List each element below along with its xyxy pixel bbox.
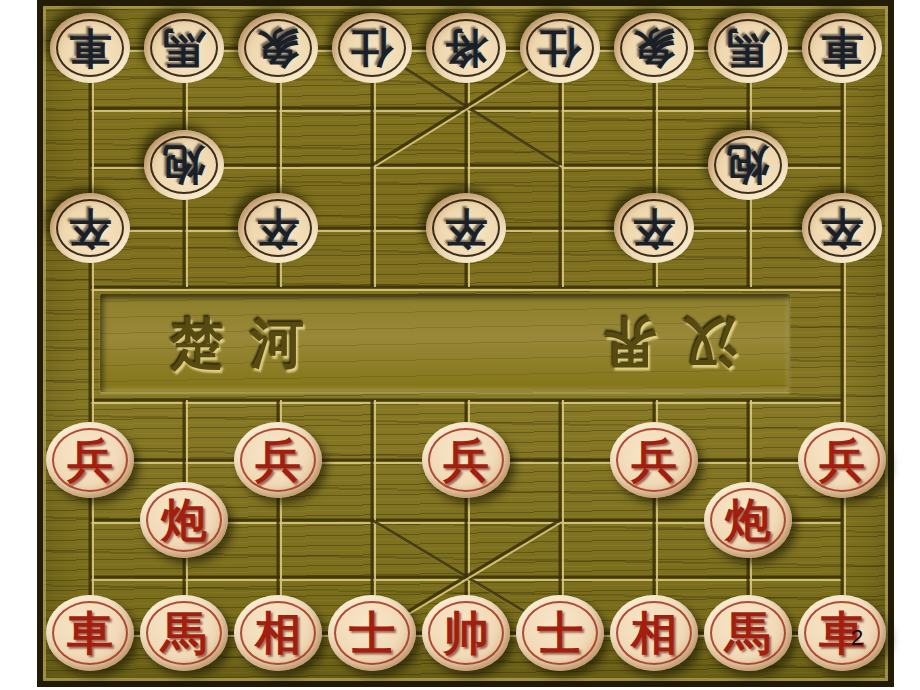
- board-point: [325, 438, 419, 482]
- piece-character: 相: [631, 610, 677, 656]
- piece-red-horse[interactable]: 馬: [140, 595, 228, 671]
- piece-red-elephant[interactable]: 相: [234, 595, 322, 671]
- board-point: [513, 130, 607, 200]
- piece-character: 象: [257, 27, 299, 69]
- board-point: 卒: [607, 200, 701, 256]
- board-point: 卒: [419, 200, 513, 256]
- piece-red-general[interactable]: 帅: [422, 595, 510, 671]
- board-point: [43, 256, 137, 318]
- board-point: 帅: [419, 596, 513, 670]
- piece-character: 車: [69, 27, 111, 69]
- piece-red-horse[interactable]: 馬: [704, 595, 792, 671]
- piece-character: 馬: [163, 27, 205, 69]
- piece-character: 馬: [725, 610, 771, 656]
- piece-black-soldier[interactable]: 卒: [614, 193, 694, 263]
- board-point: 将: [419, 10, 513, 86]
- piece-black-elephant[interactable]: 象: [614, 13, 694, 83]
- board-point: [419, 558, 513, 596]
- board-point: 車: [795, 596, 889, 670]
- board-point: 兵: [607, 438, 701, 482]
- board-point: [137, 256, 231, 318]
- board-point: [795, 256, 889, 318]
- piece-red-cannon[interactable]: 炮: [140, 482, 228, 558]
- board-point: [513, 86, 607, 130]
- board-point: [701, 558, 795, 596]
- slide-page-number: 2: [851, 625, 863, 651]
- board-point: [43, 86, 137, 130]
- board-point: 車: [43, 10, 137, 86]
- piece-character: 卒: [821, 207, 863, 249]
- board-point: 炮: [137, 482, 231, 558]
- board-point: 炮: [701, 130, 795, 200]
- board-point: 炮: [137, 130, 231, 200]
- board-point: [419, 256, 513, 318]
- piece-character: 炮: [725, 497, 771, 543]
- board-point: [513, 200, 607, 256]
- board-point: 馬: [137, 10, 231, 86]
- board-point: 相: [231, 596, 325, 670]
- piece-red-cannon[interactable]: 炮: [704, 482, 792, 558]
- piece-character: 卒: [257, 207, 299, 249]
- board-point: 馬: [701, 10, 795, 86]
- board-point: [607, 256, 701, 318]
- board-point: 仕: [325, 10, 419, 86]
- board-point: [325, 482, 419, 558]
- board-point: [43, 558, 137, 596]
- board-point: 卒: [795, 200, 889, 256]
- piece-black-cannon[interactable]: 炮: [708, 130, 788, 200]
- piece-black-chariot[interactable]: 車: [50, 13, 130, 83]
- board-point: [701, 438, 795, 482]
- board-grid: 車馬象仕将仕象馬車炮炮卒卒卒卒卒兵兵兵兵兵炮炮車馬相士帅士相馬車: [43, 10, 889, 670]
- piece-character: 兵: [255, 437, 301, 483]
- piece-black-soldier[interactable]: 卒: [50, 193, 130, 263]
- board-point: [137, 438, 231, 482]
- board-point: 卒: [231, 200, 325, 256]
- piece-character: 兵: [443, 437, 489, 483]
- piece-character: 将: [445, 27, 487, 69]
- piece-character: 馬: [161, 610, 207, 656]
- piece-black-advisor[interactable]: 仕: [520, 13, 600, 83]
- board-point: [701, 256, 795, 318]
- board-point: [513, 438, 607, 482]
- board-point: [513, 558, 607, 596]
- piece-character: 士: [537, 610, 583, 656]
- board-point: [701, 86, 795, 130]
- board-point: [795, 86, 889, 130]
- piece-red-chariot[interactable]: 車: [46, 595, 134, 671]
- board-point: [231, 256, 325, 318]
- board-point: [231, 86, 325, 130]
- board-point: 兵: [43, 438, 137, 482]
- board-point: 車: [795, 10, 889, 86]
- board-point: 仕: [513, 10, 607, 86]
- piece-character: 卒: [69, 207, 111, 249]
- piece-character: 炮: [163, 144, 205, 186]
- piece-character: 車: [821, 27, 863, 69]
- board-point: [137, 200, 231, 256]
- piece-black-soldier[interactable]: 卒: [426, 193, 506, 263]
- piece-character: 象: [633, 27, 675, 69]
- board-point: [795, 130, 889, 200]
- piece-character: 兵: [631, 437, 677, 483]
- board-point: 兵: [795, 438, 889, 482]
- piece-black-general[interactable]: 将: [426, 13, 506, 83]
- piece-character: 炮: [161, 497, 207, 543]
- piece-black-elephant[interactable]: 象: [238, 13, 318, 83]
- piece-character: 仕: [539, 27, 581, 69]
- piece-red-soldier[interactable]: 兵: [422, 422, 510, 498]
- board-point: [43, 130, 137, 200]
- slide-canvas: 楚河 汉界 車馬象仕将仕象馬車炮炮卒卒卒卒卒兵兵兵兵兵炮炮車馬相士帅士相馬車 2: [0, 0, 920, 690]
- piece-character: 卒: [633, 207, 675, 249]
- piece-red-elephant[interactable]: 相: [610, 595, 698, 671]
- piece-red-soldier[interactable]: 兵: [46, 422, 134, 498]
- board-point: [419, 86, 513, 130]
- piece-character: 兵: [67, 437, 113, 483]
- board-point: [325, 558, 419, 596]
- board-point: [325, 200, 419, 256]
- board-point: 炮: [701, 482, 795, 558]
- board-point: [607, 86, 701, 130]
- board-point: 士: [325, 596, 419, 670]
- piece-black-soldier[interactable]: 卒: [238, 193, 318, 263]
- piece-character: 仕: [351, 27, 393, 69]
- board-point: 馬: [701, 596, 795, 670]
- piece-character: 馬: [727, 27, 769, 69]
- piece-character: 士: [349, 610, 395, 656]
- piece-red-advisor[interactable]: 士: [516, 595, 604, 671]
- piece-black-horse[interactable]: 馬: [144, 13, 224, 83]
- board-point: 象: [231, 10, 325, 86]
- board-point: 馬: [137, 596, 231, 670]
- piece-character: 相: [255, 610, 301, 656]
- board-point: [231, 130, 325, 200]
- board-point: [137, 86, 231, 130]
- board-point: [231, 558, 325, 596]
- board-point: [325, 362, 419, 438]
- piece-black-chariot[interactable]: 車: [802, 13, 882, 83]
- board-point: [607, 558, 701, 596]
- board-point: [513, 482, 607, 558]
- board-point: [607, 130, 701, 200]
- piece-character: 卒: [445, 207, 487, 249]
- piece-black-soldier[interactable]: 卒: [802, 193, 882, 263]
- board-point: [795, 558, 889, 596]
- board-point: [325, 256, 419, 318]
- board-point: [325, 86, 419, 130]
- board-point: [701, 362, 795, 438]
- piece-red-soldier[interactable]: 兵: [234, 422, 322, 498]
- xiangqi-board: 楚河 汉界 車馬象仕将仕象馬車炮炮卒卒卒卒卒兵兵兵兵兵炮炮車馬相士帅士相馬車: [37, 0, 894, 687]
- piece-red-advisor[interactable]: 士: [328, 595, 416, 671]
- piece-black-horse[interactable]: 馬: [708, 13, 788, 83]
- board-point: 車: [43, 596, 137, 670]
- board-point: [419, 130, 513, 200]
- piece-red-chariot[interactable]: 車: [798, 595, 886, 671]
- piece-character: 兵: [819, 437, 865, 483]
- piece-black-advisor[interactable]: 仕: [332, 13, 412, 83]
- board-point: 兵: [231, 438, 325, 482]
- piece-red-soldier[interactable]: 兵: [610, 422, 698, 498]
- board-point: [513, 256, 607, 318]
- board-point: 兵: [419, 438, 513, 482]
- piece-character: 帅: [443, 610, 489, 656]
- board-point: [325, 130, 419, 200]
- piece-character: 車: [67, 610, 113, 656]
- board-point: 相: [607, 596, 701, 670]
- piece-red-soldier[interactable]: 兵: [798, 422, 886, 498]
- board-point: [137, 558, 231, 596]
- piece-character: 炮: [727, 144, 769, 186]
- board-point: [137, 362, 231, 438]
- board-point: [513, 362, 607, 438]
- board-point: 卒: [43, 200, 137, 256]
- board-point: [701, 200, 795, 256]
- board-point: 士: [513, 596, 607, 670]
- board-point: 象: [607, 10, 701, 86]
- piece-black-cannon[interactable]: 炮: [144, 130, 224, 200]
